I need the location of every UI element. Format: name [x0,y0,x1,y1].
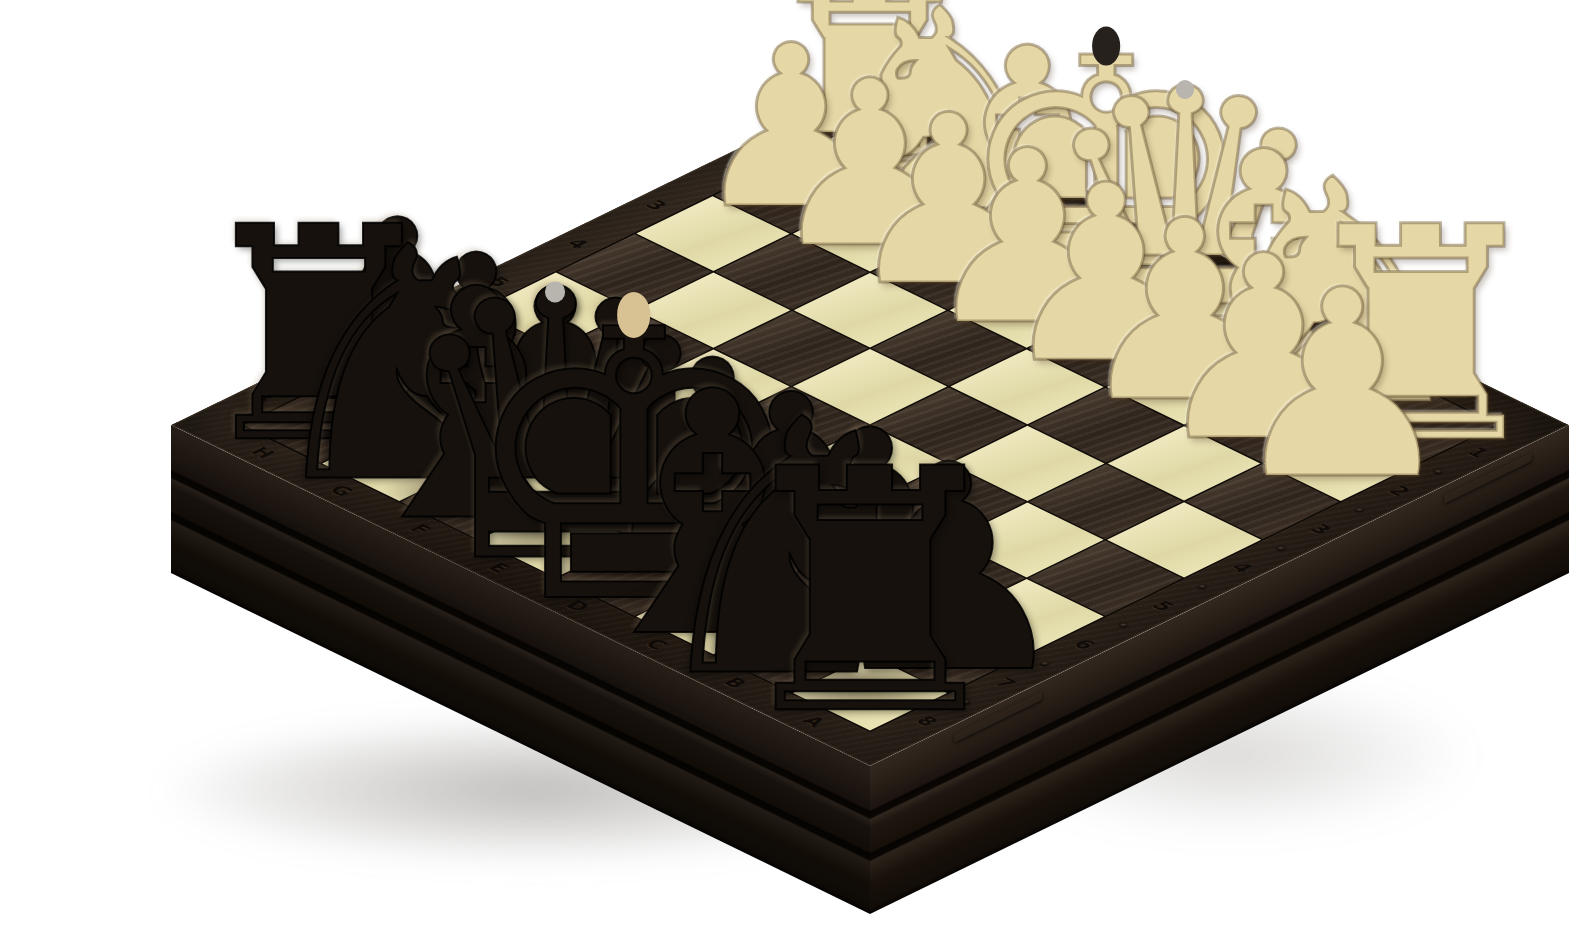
screw-icon [1039,661,1050,667]
screw-icon [1196,584,1207,590]
king-finial-icon [1092,26,1121,65]
file-label-A: A [1461,389,1494,405]
file-label-D: D [560,598,594,615]
file-label-E: E [483,560,514,575]
rank-label-4: 4 [1226,560,1258,575]
screw-icon [960,699,971,705]
rank-label-1: 1 [1462,445,1494,460]
file-label-H: H [245,444,279,461]
screw-icon [1433,469,1444,475]
scene: AABBCCDDEEFFGGHH1122334455667788 ♜♞♝♚♛♝♞… [0,0,1581,942]
rank-label-2: 2 [1383,483,1415,498]
rank-label-7: 7 [989,675,1021,690]
file-label-F: F [404,522,435,537]
file-label-H: H [910,120,944,137]
rank-label-5: 5 [1147,598,1179,613]
file-label-B: B [718,675,751,691]
rank-label-6: 6 [404,313,436,328]
rank-label-1: 1 [798,121,830,136]
file-label-G: G [324,483,358,500]
rank-label-6: 6 [1068,637,1100,652]
file-label-F: F [1068,198,1099,213]
file-label-B: B [1382,351,1415,367]
rank-label-3: 3 [1304,522,1336,537]
screw-icon [1275,546,1286,552]
rank-label-4: 4 [561,236,593,251]
file-label-D: D [1224,274,1258,291]
rank-label-5: 5 [483,274,515,289]
rank-label-8: 8 [911,714,943,729]
file-label-E: E [1147,236,1178,251]
screw-icon [1118,623,1129,629]
queen-finial-icon [1176,80,1194,98]
rank-label-8: 8 [247,390,279,405]
screw-icon [1354,507,1365,513]
rank-label-2: 2 [719,159,751,174]
file-label-G: G [988,159,1022,176]
file-label-A: A [797,713,830,729]
rank-label-3: 3 [640,198,672,213]
file-label-C: C [1304,313,1336,329]
file-label-C: C [640,637,672,653]
rank-label-7: 7 [325,351,357,366]
